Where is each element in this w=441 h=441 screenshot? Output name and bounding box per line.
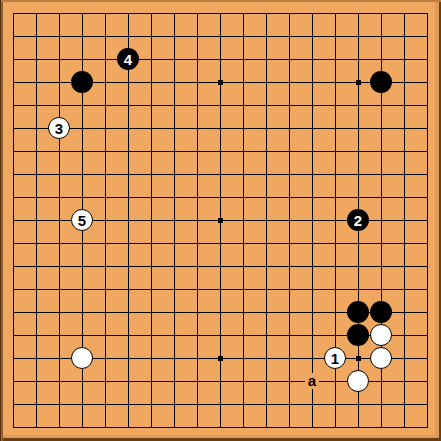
intersection-6-6[interactable] [117, 117, 140, 140]
intersection-18-11[interactable] [393, 232, 416, 255]
intersection-16-8[interactable] [347, 163, 370, 186]
intersection-5-17[interactable] [94, 370, 117, 393]
intersection-5-12[interactable] [94, 255, 117, 278]
intersection-19-13[interactable] [416, 278, 439, 301]
intersection-19-2[interactable] [416, 25, 439, 48]
intersection-6-11[interactable] [117, 232, 140, 255]
intersection-18-10[interactable] [393, 209, 416, 232]
intersection-4-18[interactable] [71, 393, 94, 416]
intersection-3-3[interactable] [48, 48, 71, 71]
intersection-16-19[interactable] [347, 416, 370, 439]
intersection-8-8[interactable] [163, 163, 186, 186]
intersection-5-5[interactable] [94, 94, 117, 117]
intersection-19-7[interactable] [416, 140, 439, 163]
intersection-6-8[interactable] [117, 163, 140, 186]
intersection-5-4[interactable] [94, 71, 117, 94]
intersection-7-11[interactable] [140, 232, 163, 255]
intersection-1-19[interactable] [2, 416, 25, 439]
intersection-16-1[interactable] [347, 2, 370, 25]
intersection-10-14[interactable] [209, 301, 232, 324]
intersection-2-12[interactable] [25, 255, 48, 278]
intersection-11-7[interactable] [232, 140, 255, 163]
intersection-4-3[interactable] [71, 48, 94, 71]
intersection-7-19[interactable] [140, 416, 163, 439]
intersection-5-16[interactable] [94, 347, 117, 370]
intersection-19-5[interactable] [416, 94, 439, 117]
intersection-5-6[interactable] [94, 117, 117, 140]
intersection-15-11[interactable] [324, 232, 347, 255]
intersection-4-10[interactable]: 5 [71, 209, 94, 232]
intersection-17-5[interactable] [370, 94, 393, 117]
intersection-16-16[interactable] [347, 347, 370, 370]
intersection-11-14[interactable] [232, 301, 255, 324]
intersection-13-16[interactable] [278, 347, 301, 370]
intersection-7-10[interactable] [140, 209, 163, 232]
intersection-9-9[interactable] [186, 186, 209, 209]
intersection-18-18[interactable] [393, 393, 416, 416]
intersection-18-14[interactable] [393, 301, 416, 324]
intersection-12-12[interactable] [255, 255, 278, 278]
intersection-16-5[interactable] [347, 94, 370, 117]
intersection-1-2[interactable] [2, 25, 25, 48]
intersection-17-3[interactable] [370, 48, 393, 71]
intersection-15-3[interactable] [324, 48, 347, 71]
intersection-14-12[interactable] [301, 255, 324, 278]
intersection-2-15[interactable] [25, 324, 48, 347]
intersection-6-19[interactable] [117, 416, 140, 439]
intersection-5-10[interactable] [94, 209, 117, 232]
intersection-10-5[interactable] [209, 94, 232, 117]
intersection-5-19[interactable] [94, 416, 117, 439]
intersection-3-4[interactable] [48, 71, 71, 94]
intersection-9-15[interactable] [186, 324, 209, 347]
intersection-13-12[interactable] [278, 255, 301, 278]
intersection-1-7[interactable] [2, 140, 25, 163]
intersection-1-5[interactable] [2, 94, 25, 117]
intersection-5-11[interactable] [94, 232, 117, 255]
intersection-18-2[interactable] [393, 25, 416, 48]
intersection-19-17[interactable] [416, 370, 439, 393]
intersection-14-18[interactable] [301, 393, 324, 416]
intersection-8-18[interactable] [163, 393, 186, 416]
intersection-7-12[interactable] [140, 255, 163, 278]
intersection-4-5[interactable] [71, 94, 94, 117]
intersection-12-1[interactable] [255, 2, 278, 25]
intersection-13-11[interactable] [278, 232, 301, 255]
intersection-14-13[interactable] [301, 278, 324, 301]
intersection-7-16[interactable] [140, 347, 163, 370]
intersection-11-13[interactable] [232, 278, 255, 301]
intersection-18-5[interactable] [393, 94, 416, 117]
intersection-2-16[interactable] [25, 347, 48, 370]
intersection-13-1[interactable] [278, 2, 301, 25]
intersection-2-7[interactable] [25, 140, 48, 163]
intersection-5-9[interactable] [94, 186, 117, 209]
intersection-10-17[interactable] [209, 370, 232, 393]
intersection-12-13[interactable] [255, 278, 278, 301]
intersection-1-15[interactable] [2, 324, 25, 347]
intersection-15-9[interactable] [324, 186, 347, 209]
intersection-17-1[interactable] [370, 2, 393, 25]
intersection-6-12[interactable] [117, 255, 140, 278]
intersection-4-9[interactable] [71, 186, 94, 209]
intersection-8-11[interactable] [163, 232, 186, 255]
intersection-4-19[interactable] [71, 416, 94, 439]
intersection-8-13[interactable] [163, 278, 186, 301]
intersection-3-6[interactable]: 3 [48, 117, 71, 140]
intersection-3-2[interactable] [48, 25, 71, 48]
intersection-8-16[interactable] [163, 347, 186, 370]
intersection-12-7[interactable] [255, 140, 278, 163]
intersection-7-8[interactable] [140, 163, 163, 186]
intersection-12-3[interactable] [255, 48, 278, 71]
intersection-6-18[interactable] [117, 393, 140, 416]
intersection-9-3[interactable] [186, 48, 209, 71]
intersection-17-18[interactable] [370, 393, 393, 416]
intersection-12-6[interactable] [255, 117, 278, 140]
intersection-17-8[interactable] [370, 163, 393, 186]
intersection-2-13[interactable] [25, 278, 48, 301]
intersection-19-8[interactable] [416, 163, 439, 186]
intersection-2-3[interactable] [25, 48, 48, 71]
intersection-18-19[interactable] [393, 416, 416, 439]
intersection-12-14[interactable] [255, 301, 278, 324]
intersection-8-10[interactable] [163, 209, 186, 232]
intersection-1-8[interactable] [2, 163, 25, 186]
intersection-15-8[interactable] [324, 163, 347, 186]
intersection-10-10[interactable] [209, 209, 232, 232]
intersection-15-1[interactable] [324, 2, 347, 25]
intersection-11-2[interactable] [232, 25, 255, 48]
intersection-1-9[interactable] [2, 186, 25, 209]
intersection-5-14[interactable] [94, 301, 117, 324]
intersection-17-14[interactable] [370, 301, 393, 324]
intersection-19-16[interactable] [416, 347, 439, 370]
intersection-17-11[interactable] [370, 232, 393, 255]
intersection-14-2[interactable] [301, 25, 324, 48]
intersection-12-2[interactable] [255, 25, 278, 48]
intersection-2-18[interactable] [25, 393, 48, 416]
intersection-4-17[interactable] [71, 370, 94, 393]
intersection-13-13[interactable] [278, 278, 301, 301]
intersection-12-17[interactable] [255, 370, 278, 393]
intersection-15-12[interactable] [324, 255, 347, 278]
intersection-10-11[interactable] [209, 232, 232, 255]
intersection-5-7[interactable] [94, 140, 117, 163]
intersection-15-4[interactable] [324, 71, 347, 94]
intersection-7-5[interactable] [140, 94, 163, 117]
intersection-6-5[interactable] [117, 94, 140, 117]
intersection-9-4[interactable] [186, 71, 209, 94]
intersection-13-3[interactable] [278, 48, 301, 71]
intersection-1-16[interactable] [2, 347, 25, 370]
intersection-2-4[interactable] [25, 71, 48, 94]
intersection-9-19[interactable] [186, 416, 209, 439]
intersection-19-4[interactable] [416, 71, 439, 94]
intersection-3-8[interactable] [48, 163, 71, 186]
intersection-16-13[interactable] [347, 278, 370, 301]
intersection-4-1[interactable] [71, 2, 94, 25]
intersection-18-15[interactable] [393, 324, 416, 347]
intersection-9-10[interactable] [186, 209, 209, 232]
intersection-18-12[interactable] [393, 255, 416, 278]
intersection-7-15[interactable] [140, 324, 163, 347]
intersection-14-9[interactable] [301, 186, 324, 209]
intersection-13-10[interactable] [278, 209, 301, 232]
intersection-10-19[interactable] [209, 416, 232, 439]
intersection-15-16[interactable]: 1 [324, 347, 347, 370]
intersection-6-10[interactable] [117, 209, 140, 232]
intersection-6-14[interactable] [117, 301, 140, 324]
intersection-6-7[interactable] [117, 140, 140, 163]
intersection-16-12[interactable] [347, 255, 370, 278]
intersection-14-8[interactable] [301, 163, 324, 186]
intersection-2-1[interactable] [25, 2, 48, 25]
intersection-6-9[interactable] [117, 186, 140, 209]
intersection-1-11[interactable] [2, 232, 25, 255]
intersection-14-11[interactable] [301, 232, 324, 255]
intersection-17-4[interactable] [370, 71, 393, 94]
intersection-19-1[interactable] [416, 2, 439, 25]
intersection-15-10[interactable] [324, 209, 347, 232]
intersection-9-11[interactable] [186, 232, 209, 255]
intersection-6-3[interactable]: 4 [117, 48, 140, 71]
intersection-7-4[interactable] [140, 71, 163, 94]
intersection-16-17[interactable] [347, 370, 370, 393]
intersection-14-4[interactable] [301, 71, 324, 94]
intersection-18-13[interactable] [393, 278, 416, 301]
intersection-14-17[interactable]: a [301, 370, 324, 393]
intersection-3-1[interactable] [48, 2, 71, 25]
intersection-14-5[interactable] [301, 94, 324, 117]
intersection-1-6[interactable] [2, 117, 25, 140]
intersection-7-1[interactable] [140, 2, 163, 25]
intersection-19-12[interactable] [416, 255, 439, 278]
intersection-16-10[interactable]: 2 [347, 209, 370, 232]
intersection-15-15[interactable] [324, 324, 347, 347]
intersection-18-9[interactable] [393, 186, 416, 209]
intersection-6-1[interactable] [117, 2, 140, 25]
intersection-17-13[interactable] [370, 278, 393, 301]
intersection-18-17[interactable] [393, 370, 416, 393]
intersection-13-15[interactable] [278, 324, 301, 347]
intersection-16-9[interactable] [347, 186, 370, 209]
intersection-10-2[interactable] [209, 25, 232, 48]
intersection-19-11[interactable] [416, 232, 439, 255]
intersection-9-18[interactable] [186, 393, 209, 416]
intersection-9-7[interactable] [186, 140, 209, 163]
intersection-10-9[interactable] [209, 186, 232, 209]
intersection-8-5[interactable] [163, 94, 186, 117]
intersection-4-2[interactable] [71, 25, 94, 48]
intersection-2-5[interactable] [25, 94, 48, 117]
intersection-8-12[interactable] [163, 255, 186, 278]
intersection-8-2[interactable] [163, 25, 186, 48]
intersection-11-9[interactable] [232, 186, 255, 209]
intersection-8-9[interactable] [163, 186, 186, 209]
intersection-15-6[interactable] [324, 117, 347, 140]
intersection-19-3[interactable] [416, 48, 439, 71]
intersection-14-19[interactable] [301, 416, 324, 439]
intersection-8-6[interactable] [163, 117, 186, 140]
intersection-3-12[interactable] [48, 255, 71, 278]
intersection-15-14[interactable] [324, 301, 347, 324]
intersection-2-8[interactable] [25, 163, 48, 186]
intersection-2-10[interactable] [25, 209, 48, 232]
intersection-3-10[interactable] [48, 209, 71, 232]
intersection-5-15[interactable] [94, 324, 117, 347]
intersection-12-18[interactable] [255, 393, 278, 416]
intersection-8-15[interactable] [163, 324, 186, 347]
intersection-16-2[interactable] [347, 25, 370, 48]
intersection-18-7[interactable] [393, 140, 416, 163]
intersection-18-16[interactable] [393, 347, 416, 370]
intersection-16-4[interactable] [347, 71, 370, 94]
intersection-12-11[interactable] [255, 232, 278, 255]
intersection-9-6[interactable] [186, 117, 209, 140]
intersection-4-8[interactable] [71, 163, 94, 186]
intersection-16-11[interactable] [347, 232, 370, 255]
intersection-8-14[interactable] [163, 301, 186, 324]
intersection-11-18[interactable] [232, 393, 255, 416]
intersection-14-10[interactable] [301, 209, 324, 232]
intersection-7-7[interactable] [140, 140, 163, 163]
intersection-9-17[interactable] [186, 370, 209, 393]
intersection-6-17[interactable] [117, 370, 140, 393]
intersection-7-6[interactable] [140, 117, 163, 140]
intersection-13-17[interactable] [278, 370, 301, 393]
intersection-13-7[interactable] [278, 140, 301, 163]
intersection-4-15[interactable] [71, 324, 94, 347]
intersection-12-9[interactable] [255, 186, 278, 209]
intersection-1-1[interactable] [2, 2, 25, 25]
intersection-1-4[interactable] [2, 71, 25, 94]
intersection-2-2[interactable] [25, 25, 48, 48]
intersection-4-6[interactable] [71, 117, 94, 140]
intersection-9-14[interactable] [186, 301, 209, 324]
intersection-13-18[interactable] [278, 393, 301, 416]
intersection-19-14[interactable] [416, 301, 439, 324]
intersection-17-12[interactable] [370, 255, 393, 278]
intersection-12-5[interactable] [255, 94, 278, 117]
intersection-3-9[interactable] [48, 186, 71, 209]
intersection-10-1[interactable] [209, 2, 232, 25]
intersection-10-8[interactable] [209, 163, 232, 186]
intersection-17-17[interactable] [370, 370, 393, 393]
intersection-3-7[interactable] [48, 140, 71, 163]
intersection-1-3[interactable] [2, 48, 25, 71]
intersection-2-19[interactable] [25, 416, 48, 439]
intersection-12-16[interactable] [255, 347, 278, 370]
intersection-17-9[interactable] [370, 186, 393, 209]
intersection-5-2[interactable] [94, 25, 117, 48]
intersection-11-1[interactable] [232, 2, 255, 25]
intersection-12-10[interactable] [255, 209, 278, 232]
intersection-1-12[interactable] [2, 255, 25, 278]
intersection-17-7[interactable] [370, 140, 393, 163]
intersection-9-1[interactable] [186, 2, 209, 25]
intersection-11-15[interactable] [232, 324, 255, 347]
intersection-17-15[interactable] [370, 324, 393, 347]
intersection-14-3[interactable] [301, 48, 324, 71]
intersection-5-3[interactable] [94, 48, 117, 71]
intersection-10-15[interactable] [209, 324, 232, 347]
intersection-17-2[interactable] [370, 25, 393, 48]
intersection-7-17[interactable] [140, 370, 163, 393]
intersection-8-17[interactable] [163, 370, 186, 393]
intersection-3-18[interactable] [48, 393, 71, 416]
intersection-19-18[interactable] [416, 393, 439, 416]
intersection-7-14[interactable] [140, 301, 163, 324]
intersection-4-11[interactable] [71, 232, 94, 255]
intersection-13-6[interactable] [278, 117, 301, 140]
intersection-10-3[interactable] [209, 48, 232, 71]
intersection-16-15[interactable] [347, 324, 370, 347]
intersection-1-17[interactable] [2, 370, 25, 393]
intersection-9-13[interactable] [186, 278, 209, 301]
intersection-9-16[interactable] [186, 347, 209, 370]
intersection-7-3[interactable] [140, 48, 163, 71]
intersection-11-6[interactable] [232, 117, 255, 140]
intersection-12-4[interactable] [255, 71, 278, 94]
intersection-2-6[interactable] [25, 117, 48, 140]
intersection-13-9[interactable] [278, 186, 301, 209]
intersection-16-18[interactable] [347, 393, 370, 416]
intersection-11-12[interactable] [232, 255, 255, 278]
intersection-1-18[interactable] [2, 393, 25, 416]
intersection-13-4[interactable] [278, 71, 301, 94]
intersection-15-5[interactable] [324, 94, 347, 117]
intersection-6-13[interactable] [117, 278, 140, 301]
intersection-9-5[interactable] [186, 94, 209, 117]
intersection-6-4[interactable] [117, 71, 140, 94]
intersection-11-3[interactable] [232, 48, 255, 71]
intersection-9-8[interactable] [186, 163, 209, 186]
intersection-15-7[interactable] [324, 140, 347, 163]
intersection-11-19[interactable] [232, 416, 255, 439]
intersection-3-13[interactable] [48, 278, 71, 301]
intersection-14-14[interactable] [301, 301, 324, 324]
intersection-18-8[interactable] [393, 163, 416, 186]
intersection-19-9[interactable] [416, 186, 439, 209]
intersection-7-18[interactable] [140, 393, 163, 416]
intersection-15-13[interactable] [324, 278, 347, 301]
intersection-10-4[interactable] [209, 71, 232, 94]
intersection-7-9[interactable] [140, 186, 163, 209]
intersection-13-2[interactable] [278, 25, 301, 48]
intersection-12-19[interactable] [255, 416, 278, 439]
intersection-10-18[interactable] [209, 393, 232, 416]
intersection-11-4[interactable] [232, 71, 255, 94]
intersection-2-9[interactable] [25, 186, 48, 209]
intersection-2-11[interactable] [25, 232, 48, 255]
intersection-6-2[interactable] [117, 25, 140, 48]
intersection-8-4[interactable] [163, 71, 186, 94]
intersection-2-17[interactable] [25, 370, 48, 393]
intersection-3-5[interactable] [48, 94, 71, 117]
intersection-14-1[interactable] [301, 2, 324, 25]
intersection-8-3[interactable] [163, 48, 186, 71]
intersection-12-8[interactable] [255, 163, 278, 186]
intersection-15-2[interactable] [324, 25, 347, 48]
intersection-19-15[interactable] [416, 324, 439, 347]
intersection-4-13[interactable] [71, 278, 94, 301]
intersection-4-7[interactable] [71, 140, 94, 163]
intersection-3-17[interactable] [48, 370, 71, 393]
intersection-5-8[interactable] [94, 163, 117, 186]
intersection-19-6[interactable] [416, 117, 439, 140]
intersection-7-13[interactable] [140, 278, 163, 301]
